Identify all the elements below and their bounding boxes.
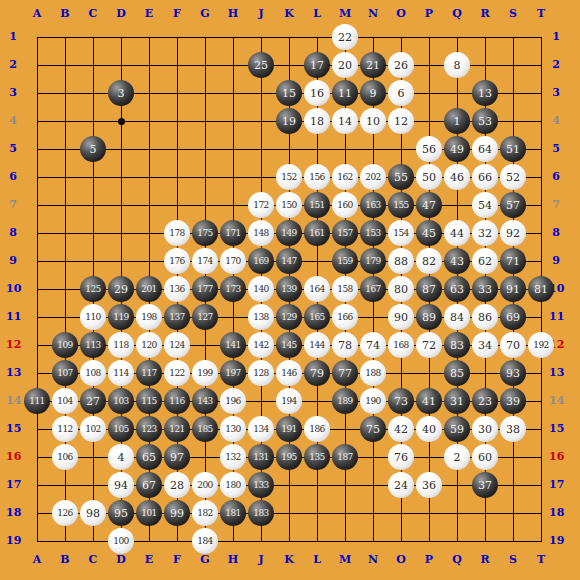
stone-move-number: 59: [444, 416, 470, 442]
stone-R3[interactable]: 13: [472, 80, 498, 106]
stone-B16[interactable]: 106: [52, 444, 78, 470]
stone-move-number: 188: [360, 360, 386, 386]
stone-move-number: 152: [276, 164, 302, 190]
stone-E10[interactable]: 201: [136, 276, 162, 302]
stone-Q8[interactable]: 44: [444, 220, 470, 246]
stone-M14[interactable]: 189: [332, 388, 358, 414]
stone-P10[interactable]: 87: [416, 276, 442, 302]
stone-E13[interactable]: 117: [136, 360, 162, 386]
stone-R7[interactable]: 54: [472, 192, 498, 218]
stone-G13[interactable]: 199: [192, 360, 218, 386]
stone-move-number: 154: [388, 220, 414, 246]
stone-N2[interactable]: 21: [360, 52, 386, 78]
stone-K6[interactable]: 152: [276, 164, 302, 190]
stone-move-number: 62: [472, 248, 498, 274]
stone-N13[interactable]: 188: [360, 360, 386, 386]
stone-J10[interactable]: 140: [248, 276, 274, 302]
stone-M4[interactable]: 14: [332, 108, 358, 134]
stone-E15[interactable]: 123: [136, 416, 162, 442]
stone-O17[interactable]: 24: [388, 472, 414, 498]
stone-move-number: 125: [80, 276, 106, 302]
stone-move-number: 2: [444, 444, 470, 470]
stone-J7[interactable]: 172: [248, 192, 274, 218]
stone-Q10[interactable]: 63: [444, 276, 470, 302]
stone-move-number: 82: [416, 248, 442, 274]
stone-move-number: 105: [108, 416, 134, 442]
stone-J15[interactable]: 134: [248, 416, 274, 442]
stone-move-number: 41: [416, 388, 442, 414]
stone-C15[interactable]: 102: [80, 416, 106, 442]
row-label-17: 17: [6, 471, 20, 499]
stone-move-number: 127: [192, 304, 218, 330]
stone-E18[interactable]: 101: [136, 500, 162, 526]
stone-J17[interactable]: 133: [248, 472, 274, 498]
column-label-L: L: [303, 7, 331, 21]
column-label-P: P: [415, 553, 443, 567]
stone-C12[interactable]: 113: [80, 332, 106, 358]
stone-M16[interactable]: 187: [332, 444, 358, 470]
stone-move-number: 119: [108, 304, 134, 330]
stone-S9[interactable]: 71: [500, 248, 526, 274]
stone-move-number: 55: [388, 164, 414, 190]
stone-move-number: 199: [192, 360, 218, 386]
stone-move-number: 168: [388, 332, 414, 358]
stone-move-number: 155: [388, 192, 414, 218]
stone-B18[interactable]: 126: [52, 500, 78, 526]
stone-T12[interactable]: 192: [528, 332, 554, 358]
stone-N9[interactable]: 179: [360, 248, 386, 274]
stone-H13[interactable]: 197: [220, 360, 246, 386]
stone-move-number: 177: [192, 276, 218, 302]
stone-move-number: 126: [52, 500, 78, 526]
stone-move-number: 115: [136, 388, 162, 414]
stone-Q14[interactable]: 31: [444, 388, 470, 414]
stone-O8[interactable]: 154: [388, 220, 414, 246]
stone-move-number: 145: [276, 332, 302, 358]
stone-J16[interactable]: 131: [248, 444, 274, 470]
stone-move-number: 11: [332, 80, 358, 106]
column-label-H: H: [219, 7, 247, 21]
stone-S12[interactable]: 70: [500, 332, 526, 358]
stone-C11[interactable]: 110: [80, 304, 106, 330]
column-label-Q: Q: [443, 553, 471, 567]
stone-B14[interactable]: 104: [52, 388, 78, 414]
stone-P9[interactable]: 82: [416, 248, 442, 274]
column-label-C: C: [79, 7, 107, 21]
stone-move-number: 132: [220, 444, 246, 470]
stone-R4[interactable]: 53: [472, 108, 498, 134]
stone-H17[interactable]: 180: [220, 472, 246, 498]
stone-F12[interactable]: 124: [164, 332, 190, 358]
stone-move-number: 164: [304, 276, 330, 302]
stone-F18[interactable]: 99: [164, 500, 190, 526]
stone-K15[interactable]: 191: [276, 416, 302, 442]
stone-move-number: 67: [136, 472, 162, 498]
stone-M2[interactable]: 20: [332, 52, 358, 78]
stone-Q15[interactable]: 59: [444, 416, 470, 442]
stone-move-number: 10: [360, 108, 386, 134]
stone-move-number: 3: [108, 80, 134, 106]
stone-Q6[interactable]: 46: [444, 164, 470, 190]
stone-G10[interactable]: 177: [192, 276, 218, 302]
stone-D12[interactable]: 118: [108, 332, 134, 358]
stone-move-number: 129: [276, 304, 302, 330]
stone-F8[interactable]: 178: [164, 220, 190, 246]
stone-C5[interactable]: 5: [80, 136, 106, 162]
stone-P8[interactable]: 45: [416, 220, 442, 246]
stone-D13[interactable]: 114: [108, 360, 134, 386]
stone-F15[interactable]: 121: [164, 416, 190, 442]
stone-move-number: 169: [248, 248, 274, 274]
stone-M11[interactable]: 166: [332, 304, 358, 330]
stone-move-number: 176: [164, 248, 190, 274]
stone-move-number: 157: [332, 220, 358, 246]
column-label-G: G: [191, 553, 219, 567]
stone-L7[interactable]: 151: [304, 192, 330, 218]
stone-O9[interactable]: 88: [388, 248, 414, 274]
stone-N3[interactable]: 9: [360, 80, 386, 106]
row-label-3: 3: [6, 79, 20, 107]
stone-M8[interactable]: 157: [332, 220, 358, 246]
stone-Q2[interactable]: 8: [444, 52, 470, 78]
stone-H15[interactable]: 130: [220, 416, 246, 442]
stone-J8[interactable]: 148: [248, 220, 274, 246]
stone-R16[interactable]: 60: [472, 444, 498, 470]
go-board[interactable]: 2225172021268315161196131918141012153556…: [23, 23, 555, 555]
stone-E17[interactable]: 67: [136, 472, 162, 498]
row-labels-left: 12345678910111213141516171819: [6, 23, 20, 555]
stone-B15[interactable]: 112: [52, 416, 78, 442]
stone-L11[interactable]: 165: [304, 304, 330, 330]
stone-R10[interactable]: 33: [472, 276, 498, 302]
stone-K3[interactable]: 15: [276, 80, 302, 106]
stone-O4[interactable]: 12: [388, 108, 414, 134]
stone-move-number: 90: [388, 304, 414, 330]
column-label-S: S: [499, 7, 527, 21]
stone-L10[interactable]: 164: [304, 276, 330, 302]
row-label-14: 14: [6, 387, 20, 415]
stone-M9[interactable]: 159: [332, 248, 358, 274]
stone-move-number: 107: [52, 360, 78, 386]
stone-move-number: 163: [360, 192, 386, 218]
column-label-G: G: [191, 7, 219, 21]
column-label-R: R: [471, 553, 499, 567]
stone-O14[interactable]: 73: [388, 388, 414, 414]
stone-C13[interactable]: 108: [80, 360, 106, 386]
stone-move-number: 71: [500, 248, 526, 274]
stone-L4[interactable]: 18: [304, 108, 330, 134]
stone-move-number: 30: [472, 416, 498, 442]
stone-K12[interactable]: 145: [276, 332, 302, 358]
stone-O6[interactable]: 55: [388, 164, 414, 190]
stone-move-number: 102: [80, 416, 106, 442]
stone-Q11[interactable]: 84: [444, 304, 470, 330]
stone-Q13[interactable]: 85: [444, 360, 470, 386]
stone-K11[interactable]: 129: [276, 304, 302, 330]
stone-E16[interactable]: 65: [136, 444, 162, 470]
stone-G14[interactable]: 143: [192, 388, 218, 414]
stone-D11[interactable]: 119: [108, 304, 134, 330]
stone-move-number: 197: [220, 360, 246, 386]
stone-N8[interactable]: 153: [360, 220, 386, 246]
stone-move-number: 44: [444, 220, 470, 246]
stone-L3[interactable]: 16: [304, 80, 330, 106]
stone-O11[interactable]: 90: [388, 304, 414, 330]
stone-J2[interactable]: 25: [248, 52, 274, 78]
stone-P14[interactable]: 41: [416, 388, 442, 414]
stone-R11[interactable]: 86: [472, 304, 498, 330]
stone-H12[interactable]: 141: [220, 332, 246, 358]
stone-M3[interactable]: 11: [332, 80, 358, 106]
stone-K8[interactable]: 149: [276, 220, 302, 246]
stone-O3[interactable]: 6: [388, 80, 414, 106]
column-label-L: L: [303, 553, 331, 567]
stone-F11[interactable]: 137: [164, 304, 190, 330]
stone-move-number: 76: [388, 444, 414, 470]
stone-move-number: 21: [360, 52, 386, 78]
stone-move-number: 116: [164, 388, 190, 414]
stone-move-number: 160: [332, 192, 358, 218]
stone-O2[interactable]: 26: [388, 52, 414, 78]
stone-H18[interactable]: 181: [220, 500, 246, 526]
stone-move-number: 124: [164, 332, 190, 358]
stone-K13[interactable]: 146: [276, 360, 302, 386]
stone-M6[interactable]: 162: [332, 164, 358, 190]
stone-move-number: 101: [136, 500, 162, 526]
column-label-R: R: [471, 7, 499, 21]
stone-H8[interactable]: 171: [220, 220, 246, 246]
column-labels-bottom: ABCDEFGHJKLMNOPQRST: [23, 553, 555, 567]
stone-O16[interactable]: 76: [388, 444, 414, 470]
stone-move-number: 64: [472, 136, 498, 162]
stone-move-number: 158: [332, 276, 358, 302]
stone-B13[interactable]: 107: [52, 360, 78, 386]
stone-move-number: 148: [248, 220, 274, 246]
stone-move-number: 6: [388, 80, 414, 106]
stone-Q5[interactable]: 49: [444, 136, 470, 162]
stone-B12[interactable]: 109: [52, 332, 78, 358]
stone-O7[interactable]: 155: [388, 192, 414, 218]
stone-move-number: 31: [444, 388, 470, 414]
stone-R15[interactable]: 30: [472, 416, 498, 442]
stone-move-number: 190: [360, 388, 386, 414]
stone-R9[interactable]: 62: [472, 248, 498, 274]
stone-C14[interactable]: 27: [80, 388, 106, 414]
stone-R14[interactable]: 23: [472, 388, 498, 414]
stone-move-number: 66: [472, 164, 498, 190]
stone-K7[interactable]: 150: [276, 192, 302, 218]
stone-C10[interactable]: 125: [80, 276, 106, 302]
stone-P17[interactable]: 36: [416, 472, 442, 498]
stone-S14[interactable]: 39: [500, 388, 526, 414]
stone-C18[interactable]: 98: [80, 500, 106, 526]
stone-S6[interactable]: 52: [500, 164, 526, 190]
stone-G11[interactable]: 127: [192, 304, 218, 330]
stone-Q16[interactable]: 2: [444, 444, 470, 470]
stone-D16[interactable]: 4: [108, 444, 134, 470]
stone-S8[interactable]: 92: [500, 220, 526, 246]
stone-R5[interactable]: 64: [472, 136, 498, 162]
stone-H14[interactable]: 196: [220, 388, 246, 414]
stone-H16[interactable]: 132: [220, 444, 246, 470]
stone-A14[interactable]: 111: [24, 388, 50, 414]
stone-D10[interactable]: 29: [108, 276, 134, 302]
stone-T10[interactable]: 81: [528, 276, 554, 302]
stone-N6[interactable]: 202: [360, 164, 386, 190]
stone-D14[interactable]: 103: [108, 388, 134, 414]
stone-L2[interactable]: 17: [304, 52, 330, 78]
stone-R8[interactable]: 32: [472, 220, 498, 246]
stone-J9[interactable]: 169: [248, 248, 274, 274]
stone-S5[interactable]: 51: [500, 136, 526, 162]
stone-move-number: 74: [360, 332, 386, 358]
stone-H10[interactable]: 173: [220, 276, 246, 302]
stone-N7[interactable]: 163: [360, 192, 386, 218]
stone-move-number: 194: [276, 388, 302, 414]
stone-P6[interactable]: 50: [416, 164, 442, 190]
stone-F10[interactable]: 136: [164, 276, 190, 302]
stone-move-number: 117: [136, 360, 162, 386]
stone-move-number: 113: [80, 332, 106, 358]
stone-M13[interactable]: 77: [332, 360, 358, 386]
column-label-K: K: [275, 7, 303, 21]
stone-move-number: 198: [136, 304, 162, 330]
row-label-15: 15: [6, 415, 20, 443]
stone-N4[interactable]: 10: [360, 108, 386, 134]
stone-G9[interactable]: 174: [192, 248, 218, 274]
stone-Q4[interactable]: 1: [444, 108, 470, 134]
stone-N15[interactable]: 75: [360, 416, 386, 442]
stone-O12[interactable]: 168: [388, 332, 414, 358]
stone-move-number: 140: [248, 276, 274, 302]
stone-F17[interactable]: 28: [164, 472, 190, 498]
stone-D15[interactable]: 105: [108, 416, 134, 442]
stone-J18[interactable]: 183: [248, 500, 274, 526]
stone-move-number: 49: [444, 136, 470, 162]
stone-move-number: 153: [360, 220, 386, 246]
stone-E12[interactable]: 120: [136, 332, 162, 358]
stone-L13[interactable]: 79: [304, 360, 330, 386]
stone-move-number: 151: [304, 192, 330, 218]
stone-P12[interactable]: 72: [416, 332, 442, 358]
stone-move-number: 109: [52, 332, 78, 358]
stone-G19[interactable]: 184: [192, 528, 218, 554]
stone-O10[interactable]: 80: [388, 276, 414, 302]
stone-K4[interactable]: 19: [276, 108, 302, 134]
stone-D17[interactable]: 94: [108, 472, 134, 498]
stone-P7[interactable]: 47: [416, 192, 442, 218]
stone-Q9[interactable]: 43: [444, 248, 470, 274]
stone-move-number: 106: [52, 444, 78, 470]
stone-L6[interactable]: 156: [304, 164, 330, 190]
stone-move-number: 22: [332, 24, 358, 50]
stone-E14[interactable]: 115: [136, 388, 162, 414]
stone-G18[interactable]: 182: [192, 500, 218, 526]
stone-move-number: 42: [388, 416, 414, 442]
stone-N14[interactable]: 190: [360, 388, 386, 414]
stone-move-number: 16: [304, 80, 330, 106]
stone-F14[interactable]: 116: [164, 388, 190, 414]
stone-S10[interactable]: 91: [500, 276, 526, 302]
stone-K14[interactable]: 194: [276, 388, 302, 414]
stone-D18[interactable]: 95: [108, 500, 134, 526]
stone-P11[interactable]: 89: [416, 304, 442, 330]
stone-move-number: 146: [276, 360, 302, 386]
stone-D3[interactable]: 3: [108, 80, 134, 106]
stone-L16[interactable]: 135: [304, 444, 330, 470]
stone-move-number: 73: [388, 388, 414, 414]
stone-F13[interactable]: 122: [164, 360, 190, 386]
stone-P15[interactable]: 40: [416, 416, 442, 442]
stone-move-number: 33: [472, 276, 498, 302]
stone-move-number: 45: [416, 220, 442, 246]
stone-R6[interactable]: 66: [472, 164, 498, 190]
stone-S15[interactable]: 38: [500, 416, 526, 442]
stone-S7[interactable]: 57: [500, 192, 526, 218]
row-label-19: 19: [6, 527, 20, 555]
stone-move-number: 161: [304, 220, 330, 246]
column-label-D: D: [107, 7, 135, 21]
stone-move-number: 84: [444, 304, 470, 330]
go-board-page: ABCDEFGHJKLMNOPQRST ABCDEFGHJKLMNOPQRST …: [0, 0, 580, 580]
stone-move-number: 171: [220, 220, 246, 246]
stone-O15[interactable]: 42: [388, 416, 414, 442]
stone-move-number: 143: [192, 388, 218, 414]
stone-P5[interactable]: 56: [416, 136, 442, 162]
stone-Q12[interactable]: 83: [444, 332, 470, 358]
column-label-A: A: [23, 553, 51, 567]
stone-K9[interactable]: 147: [276, 248, 302, 274]
column-label-J: J: [247, 553, 275, 567]
stone-move-number: 175: [192, 220, 218, 246]
stone-J12[interactable]: 142: [248, 332, 274, 358]
stone-move-number: 95: [108, 500, 134, 526]
stone-K16[interactable]: 195: [276, 444, 302, 470]
stone-S13[interactable]: 93: [500, 360, 526, 386]
stone-G15[interactable]: 185: [192, 416, 218, 442]
stone-F16[interactable]: 97: [164, 444, 190, 470]
stone-M1[interactable]: 22: [332, 24, 358, 50]
stone-F9[interactable]: 176: [164, 248, 190, 274]
stone-N12[interactable]: 74: [360, 332, 386, 358]
column-label-F: F: [163, 7, 191, 21]
stone-K10[interactable]: 139: [276, 276, 302, 302]
stone-E11[interactable]: 198: [136, 304, 162, 330]
stone-N10[interactable]: 167: [360, 276, 386, 302]
stone-move-number: 46: [444, 164, 470, 190]
stone-D19[interactable]: 100: [108, 528, 134, 554]
stone-S11[interactable]: 69: [500, 304, 526, 330]
stone-G17[interactable]: 200: [192, 472, 218, 498]
stone-G8[interactable]: 175: [192, 220, 218, 246]
stone-move-number: 34: [472, 332, 498, 358]
stone-move-number: 32: [472, 220, 498, 246]
stone-L8[interactable]: 161: [304, 220, 330, 246]
stone-move-number: 99: [164, 500, 190, 526]
stone-J11[interactable]: 138: [248, 304, 274, 330]
stone-R12[interactable]: 34: [472, 332, 498, 358]
stone-R17[interactable]: 37: [472, 472, 498, 498]
stone-M12[interactable]: 78: [332, 332, 358, 358]
stone-H9[interactable]: 170: [220, 248, 246, 274]
stone-L12[interactable]: 144: [304, 332, 330, 358]
stone-J13[interactable]: 128: [248, 360, 274, 386]
stone-M10[interactable]: 158: [332, 276, 358, 302]
stone-L15[interactable]: 186: [304, 416, 330, 442]
column-label-E: E: [135, 7, 163, 21]
stone-move-number: 92: [500, 220, 526, 246]
stone-M7[interactable]: 160: [332, 192, 358, 218]
